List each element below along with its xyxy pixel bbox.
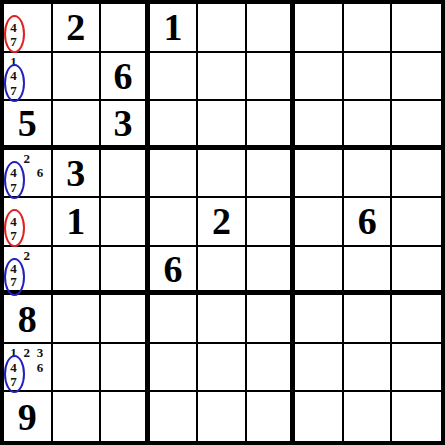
candidate-2: 2 <box>20 152 33 166</box>
cell-r9c8[interactable] <box>344 392 393 441</box>
candidate-3: 3 <box>33 346 46 360</box>
candidate-5 <box>20 214 33 228</box>
cell-r7c8[interactable] <box>344 295 393 344</box>
given-digit: 3 <box>113 104 132 142</box>
cell-r4c2[interactable]: 3 <box>53 150 102 199</box>
cell-r5c1[interactable]: 47 <box>4 198 53 247</box>
pencil-marks: 47 <box>4 198 51 245</box>
candidate-7: 7 <box>7 374 20 388</box>
cell-r1c8[interactable] <box>344 4 393 53</box>
cell-r5c6[interactable] <box>247 198 296 247</box>
candidate-2 <box>20 6 33 20</box>
given-digit: 8 <box>18 300 37 338</box>
cell-r5c7[interactable] <box>295 198 344 247</box>
candidate-9 <box>33 34 46 48</box>
cell-r4c1[interactable]: 2467 <box>4 150 53 199</box>
cell-r7c2[interactable] <box>53 295 102 344</box>
candidate-3 <box>33 152 46 166</box>
candidate-3 <box>33 249 46 262</box>
cell-r2c7[interactable] <box>295 53 344 102</box>
candidate-8 <box>20 275 33 288</box>
cell-r3c7[interactable] <box>295 101 344 150</box>
candidate-8 <box>20 180 33 194</box>
cell-r8c6[interactable] <box>247 344 296 393</box>
cell-r5c4[interactable] <box>150 198 199 247</box>
cell-r6c7[interactable] <box>295 247 344 296</box>
cell-r4c9[interactable] <box>392 150 441 199</box>
cell-r4c4[interactable] <box>150 150 199 199</box>
cell-r6c1[interactable]: 247 <box>4 247 53 296</box>
cell-r8c4[interactable] <box>150 344 199 393</box>
cell-r1c2[interactable]: 2 <box>53 4 102 53</box>
cell-r2c5[interactable] <box>198 53 247 102</box>
cell-r8c7[interactable] <box>295 344 344 393</box>
cell-r7c6[interactable] <box>247 295 296 344</box>
given-digit: 5 <box>18 104 37 142</box>
cell-r2c9[interactable] <box>392 53 441 102</box>
candidate-1 <box>7 6 20 20</box>
candidate-8 <box>20 83 33 97</box>
candidate-7: 7 <box>7 275 20 288</box>
given-digit: 3 <box>66 154 85 192</box>
candidate-3 <box>33 55 46 69</box>
candidate-2: 2 <box>20 249 33 262</box>
cell-r6c9[interactable] <box>392 247 441 296</box>
candidate-5 <box>20 360 33 374</box>
candidate-2 <box>20 200 33 214</box>
candidate-9 <box>33 275 46 288</box>
cell-r4c8[interactable] <box>344 150 393 199</box>
cell-r7c3[interactable] <box>101 295 150 344</box>
cell-r9c1[interactable]: 9 <box>4 392 53 441</box>
candidate-7: 7 <box>7 34 20 48</box>
cell-r9c3[interactable] <box>101 392 150 441</box>
candidate-5 <box>20 166 33 180</box>
sudoku-board: 47211476532467347126247681234679 <box>0 0 445 445</box>
candidate-6 <box>33 214 46 228</box>
candidate-5 <box>20 262 33 275</box>
candidate-6 <box>33 262 46 275</box>
candidate-4: 4 <box>7 166 20 180</box>
cell-r7c7[interactable] <box>295 295 344 344</box>
cell-r4c5[interactable] <box>198 150 247 199</box>
pencil-marks: 47 <box>4 4 51 51</box>
candidate-9 <box>33 229 46 243</box>
cell-r1c5[interactable] <box>198 4 247 53</box>
candidate-1: 1 <box>7 55 20 69</box>
cell-r2c2[interactable] <box>53 53 102 102</box>
cell-r6c8[interactable] <box>344 247 393 296</box>
pencil-marks: 123467 <box>4 344 51 391</box>
cell-r2c1[interactable]: 147 <box>4 53 53 102</box>
candidate-8 <box>20 374 33 388</box>
cell-r6c3[interactable] <box>101 247 150 296</box>
cell-r7c5[interactable] <box>198 295 247 344</box>
cell-r6c4[interactable]: 6 <box>150 247 199 296</box>
pencil-marks: 247 <box>4 247 51 291</box>
candidate-2 <box>20 55 33 69</box>
cell-r7c9[interactable] <box>392 295 441 344</box>
cell-r3c8[interactable] <box>344 101 393 150</box>
cell-r5c5[interactable]: 2 <box>198 198 247 247</box>
cell-r2c3[interactable]: 6 <box>101 53 150 102</box>
candidate-7: 7 <box>7 229 20 243</box>
candidate-1: 1 <box>7 346 20 360</box>
candidate-2: 2 <box>20 346 33 360</box>
cell-r5c8[interactable]: 6 <box>344 198 393 247</box>
cell-r3c2[interactable] <box>53 101 102 150</box>
candidate-1 <box>7 200 20 214</box>
cell-r8c8[interactable] <box>344 344 393 393</box>
candidate-9 <box>33 374 46 388</box>
candidate-9 <box>33 83 46 97</box>
cell-r7c1[interactable]: 8 <box>4 295 53 344</box>
cell-r8c9[interactable] <box>392 344 441 393</box>
candidate-6 <box>33 69 46 83</box>
candidate-4: 4 <box>7 360 20 374</box>
cell-r8c1[interactable]: 123467 <box>4 344 53 393</box>
candidate-9 <box>33 180 46 194</box>
cell-r3c5[interactable] <box>198 101 247 150</box>
given-digit: 1 <box>66 202 85 240</box>
candidate-7: 7 <box>7 83 20 97</box>
cell-r1c6[interactable] <box>247 4 296 53</box>
cell-r4c7[interactable] <box>295 150 344 199</box>
cell-r1c4[interactable]: 1 <box>150 4 199 53</box>
cell-r1c9[interactable] <box>392 4 441 53</box>
cell-r2c6[interactable] <box>247 53 296 102</box>
candidate-6: 6 <box>33 166 46 180</box>
cell-r3c9[interactable] <box>392 101 441 150</box>
candidate-7: 7 <box>7 180 20 194</box>
candidate-4: 4 <box>7 69 20 83</box>
candidate-4: 4 <box>7 214 20 228</box>
pencil-marks: 2467 <box>4 150 51 197</box>
given-digit: 6 <box>358 202 377 240</box>
pencil-marks: 147 <box>4 53 51 100</box>
cell-r8c2[interactable] <box>53 344 102 393</box>
candidate-8 <box>20 34 33 48</box>
candidate-3 <box>33 6 46 20</box>
cell-r3c1[interactable]: 5 <box>4 101 53 150</box>
cell-r3c6[interactable] <box>247 101 296 150</box>
candidate-4: 4 <box>7 262 20 275</box>
cell-r9c6[interactable] <box>247 392 296 441</box>
cell-r8c5[interactable] <box>198 344 247 393</box>
cell-r8c3[interactable] <box>101 344 150 393</box>
cell-r9c9[interactable] <box>392 392 441 441</box>
cell-r9c7[interactable] <box>295 392 344 441</box>
cell-r2c8[interactable] <box>344 53 393 102</box>
cell-r6c6[interactable] <box>247 247 296 296</box>
candidate-3 <box>33 200 46 214</box>
cell-r2c4[interactable] <box>150 53 199 102</box>
cell-r6c2[interactable] <box>53 247 102 296</box>
given-digit: 2 <box>66 8 85 46</box>
candidate-8 <box>20 229 33 243</box>
given-digit: 9 <box>18 398 37 436</box>
cell-r4c3[interactable] <box>101 150 150 199</box>
given-digit: 1 <box>163 8 182 46</box>
cell-r3c3[interactable]: 3 <box>101 101 150 150</box>
cell-r5c2[interactable]: 1 <box>53 198 102 247</box>
given-digit: 6 <box>113 57 132 95</box>
candidate-6 <box>33 20 46 34</box>
cell-r6c5[interactable] <box>198 247 247 296</box>
cell-r9c2[interactable] <box>53 392 102 441</box>
candidate-6: 6 <box>33 360 46 374</box>
given-digit: 6 <box>163 250 182 288</box>
cell-r9c5[interactable] <box>198 392 247 441</box>
candidate-1 <box>7 249 20 262</box>
candidate-5 <box>20 69 33 83</box>
cell-r5c3[interactable] <box>101 198 150 247</box>
cell-r5c9[interactable] <box>392 198 441 247</box>
cell-r1c3[interactable] <box>101 4 150 53</box>
cell-r7c4[interactable] <box>150 295 199 344</box>
candidate-1 <box>7 152 20 166</box>
candidate-5 <box>20 20 33 34</box>
cell-r1c7[interactable] <box>295 4 344 53</box>
cell-r9c4[interactable] <box>150 392 199 441</box>
cell-r4c6[interactable] <box>247 150 296 199</box>
given-digit: 2 <box>212 202 231 240</box>
candidate-4: 4 <box>7 20 20 34</box>
cell-r3c4[interactable] <box>150 101 199 150</box>
cell-r1c1[interactable]: 47 <box>4 4 53 53</box>
